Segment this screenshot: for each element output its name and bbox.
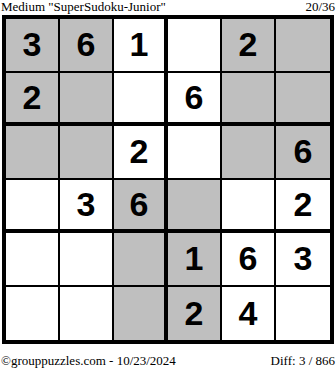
- copyright-text: ©grouppuzzles.com - 10/23/2024: [0, 354, 176, 368]
- cell-r1c5: 2: [222, 19, 276, 73]
- cell-r1c3: 1: [114, 19, 168, 73]
- cell-r2c2[interactable]: [60, 73, 114, 127]
- cell-r2c3[interactable]: [114, 73, 168, 127]
- cell-r6c5: 4: [222, 287, 276, 341]
- cell-r4c2: 3: [60, 180, 114, 234]
- cell-r5c1[interactable]: [6, 233, 60, 287]
- sudoku-board: 3612262636216324: [2, 15, 334, 344]
- cell-r2c1: 2: [6, 73, 60, 127]
- cell-r5c4: 1: [168, 233, 222, 287]
- cell-r2c6[interactable]: [276, 73, 330, 127]
- cell-r6c6[interactable]: [276, 287, 330, 341]
- cell-r6c4: 2: [168, 287, 222, 341]
- cell-r1c6[interactable]: [276, 19, 330, 73]
- cell-r5c3[interactable]: [114, 233, 168, 287]
- cell-r2c5[interactable]: [222, 73, 276, 127]
- cell-r2c4: 6: [168, 73, 222, 127]
- cell-r1c4[interactable]: [168, 19, 222, 73]
- cell-r3c4[interactable]: [168, 126, 222, 180]
- cell-r5c5: 6: [222, 233, 276, 287]
- cell-r4c4[interactable]: [168, 180, 222, 234]
- cell-r4c3: 6: [114, 180, 168, 234]
- clue-counter: 20/36: [305, 0, 336, 14]
- page-header: Medium "SuperSudoku-Junior" 20/36: [0, 0, 336, 15]
- cell-r6c1[interactable]: [6, 287, 60, 341]
- cell-r1c1: 3: [6, 19, 60, 73]
- cell-r4c6: 2: [276, 180, 330, 234]
- cell-r6c2[interactable]: [60, 287, 114, 341]
- puzzle-title: Medium "SuperSudoku-Junior": [0, 0, 166, 14]
- cell-r3c2[interactable]: [60, 126, 114, 180]
- cell-r4c1[interactable]: [6, 180, 60, 234]
- cell-r4c5[interactable]: [222, 180, 276, 234]
- cell-r3c1[interactable]: [6, 126, 60, 180]
- cell-r6c3[interactable]: [114, 287, 168, 341]
- cell-r3c3: 2: [114, 126, 168, 180]
- cell-r5c6: 3: [276, 233, 330, 287]
- cell-r3c6: 6: [276, 126, 330, 180]
- page-footer: ©grouppuzzles.com - 10/23/2024 Diff: 3 /…: [0, 352, 336, 368]
- difficulty-text: Diff: 3 / 866: [271, 354, 336, 368]
- cell-r3c5[interactable]: [222, 126, 276, 180]
- cell-r1c2: 6: [60, 19, 114, 73]
- cell-r5c2[interactable]: [60, 233, 114, 287]
